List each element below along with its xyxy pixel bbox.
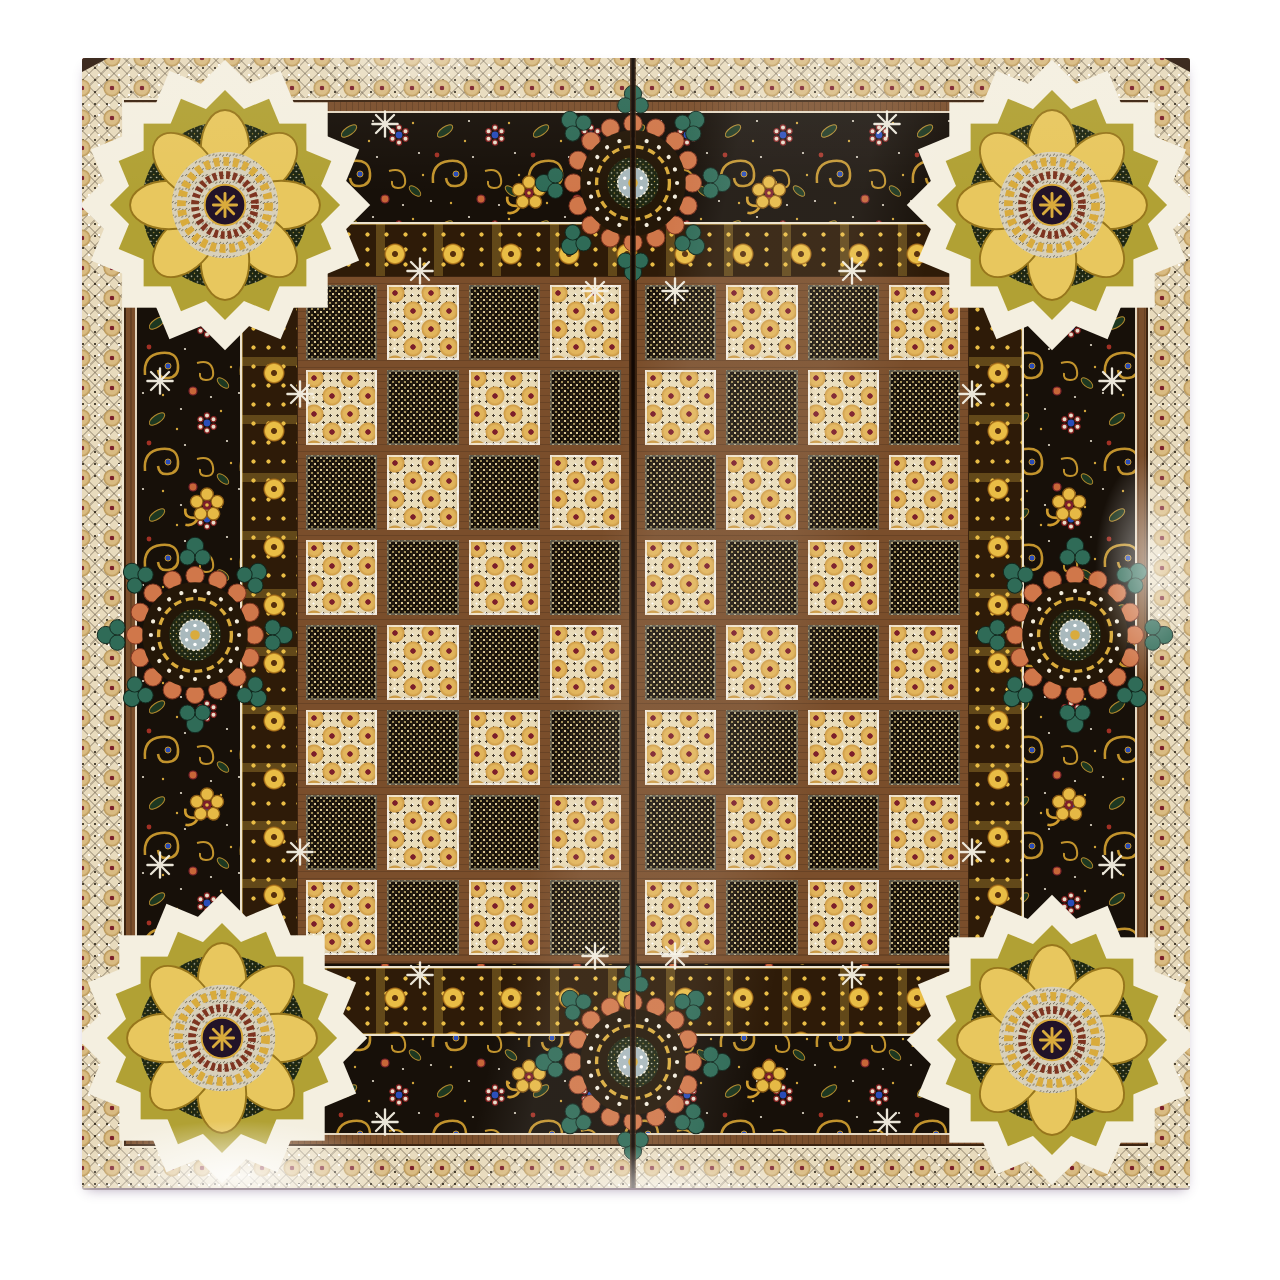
lace-ornament xyxy=(402,957,438,993)
lace-ornament xyxy=(657,938,693,974)
square-h7[interactable] xyxy=(889,370,960,445)
square-g3[interactable] xyxy=(808,710,879,785)
square-e3[interactable] xyxy=(645,710,716,785)
square-b1[interactable] xyxy=(387,880,458,955)
square-a6[interactable] xyxy=(306,455,377,530)
photo-background xyxy=(0,0,1280,1280)
corner-medallion-top-left xyxy=(82,58,380,360)
square-b7[interactable] xyxy=(387,370,458,445)
lace-ornament xyxy=(1094,847,1130,883)
square-e5[interactable] xyxy=(645,540,716,615)
gold-sprig xyxy=(742,1050,796,1104)
square-f7[interactable] xyxy=(726,370,797,445)
square-h6[interactable] xyxy=(889,455,960,530)
fold-seam xyxy=(630,58,636,1188)
lace-ornament xyxy=(282,834,318,870)
corner-medallion-bottom-right xyxy=(897,885,1190,1188)
square-d4[interactable] xyxy=(550,625,621,700)
square-c2[interactable] xyxy=(469,795,540,870)
square-e4[interactable] xyxy=(645,625,716,700)
edge-medallion-left-center xyxy=(82,520,310,750)
square-e6[interactable] xyxy=(645,455,716,530)
square-g1[interactable] xyxy=(808,880,879,955)
square-d2[interactable] xyxy=(550,795,621,870)
lace-ornament xyxy=(577,273,613,309)
lace-ornament xyxy=(834,957,870,993)
square-e2[interactable] xyxy=(645,795,716,870)
square-a3[interactable] xyxy=(306,710,377,785)
lace-ornament xyxy=(954,834,990,870)
lace-ornament xyxy=(1094,363,1130,399)
square-a5[interactable] xyxy=(306,540,377,615)
lace-ornament xyxy=(367,1104,403,1140)
lace-ornament xyxy=(954,376,990,412)
square-d5[interactable] xyxy=(550,540,621,615)
lace-ornament xyxy=(577,938,613,974)
lace-ornament xyxy=(402,253,438,289)
lace-ornament xyxy=(142,847,178,883)
lace-ornament xyxy=(869,106,905,142)
square-g8[interactable] xyxy=(808,285,879,360)
square-e7[interactable] xyxy=(645,370,716,445)
square-f5[interactable] xyxy=(726,540,797,615)
square-h2[interactable] xyxy=(889,795,960,870)
square-g5[interactable] xyxy=(808,540,879,615)
square-b8[interactable] xyxy=(387,285,458,360)
square-g6[interactable] xyxy=(808,455,879,530)
lace-ornament xyxy=(367,106,403,142)
square-b2[interactable] xyxy=(387,795,458,870)
square-g7[interactable] xyxy=(808,370,879,445)
khatam-chess-board xyxy=(82,58,1190,1188)
square-c7[interactable] xyxy=(469,370,540,445)
square-h5[interactable] xyxy=(889,540,960,615)
lace-ornament xyxy=(657,273,693,309)
square-b4[interactable] xyxy=(387,625,458,700)
board-half-left xyxy=(297,276,630,964)
square-g4[interactable] xyxy=(808,625,879,700)
square-h3[interactable] xyxy=(889,710,960,785)
gold-sprig xyxy=(742,166,796,220)
lace-ornament xyxy=(282,376,318,412)
square-c1[interactable] xyxy=(469,880,540,955)
lace-ornament xyxy=(869,1104,905,1140)
gold-sprig xyxy=(1042,778,1096,832)
square-d3[interactable] xyxy=(550,710,621,785)
square-c5[interactable] xyxy=(469,540,540,615)
square-f4[interactable] xyxy=(726,625,797,700)
corner-medallion-bottom-left xyxy=(82,883,377,1188)
gold-sprig xyxy=(180,778,234,832)
square-h4[interactable] xyxy=(889,625,960,700)
square-f2[interactable] xyxy=(726,795,797,870)
square-f1[interactable] xyxy=(726,880,797,955)
square-f6[interactable] xyxy=(726,455,797,530)
edge-medallion-right-center xyxy=(960,520,1190,750)
lace-ornament xyxy=(142,363,178,399)
square-a4[interactable] xyxy=(306,625,377,700)
square-c4[interactable] xyxy=(469,625,540,700)
square-b6[interactable] xyxy=(387,455,458,530)
square-c6[interactable] xyxy=(469,455,540,530)
square-f3[interactable] xyxy=(726,710,797,785)
board-half-right xyxy=(636,276,969,964)
square-c3[interactable] xyxy=(469,710,540,785)
square-b5[interactable] xyxy=(387,540,458,615)
square-d6[interactable] xyxy=(550,455,621,530)
square-g2[interactable] xyxy=(808,795,879,870)
lace-ornament xyxy=(834,253,870,289)
corner-medallion-top-right xyxy=(897,58,1190,360)
square-d7[interactable] xyxy=(550,370,621,445)
square-b3[interactable] xyxy=(387,710,458,785)
